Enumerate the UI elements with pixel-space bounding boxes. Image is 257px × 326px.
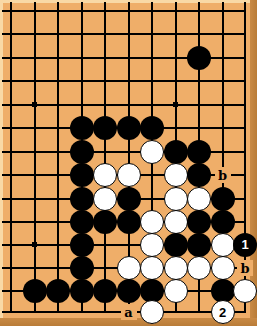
stone-white — [164, 187, 188, 211]
stone-black — [93, 279, 117, 303]
stone-black — [164, 140, 188, 164]
stone-black — [140, 116, 164, 140]
stone-white — [93, 187, 117, 211]
stone-white — [117, 256, 141, 280]
stone-black — [164, 233, 188, 257]
stone-black — [187, 163, 211, 187]
point-label-a: a — [121, 304, 137, 320]
stone-black — [46, 279, 70, 303]
grid-line-horizontal — [2, 104, 246, 106]
stone-black — [187, 140, 211, 164]
stone-white-move-2: 2 — [211, 300, 235, 324]
stone-white — [233, 279, 257, 303]
grid-line-horizontal — [2, 10, 246, 12]
stone-white — [140, 256, 164, 280]
stone-black — [70, 140, 94, 164]
stone-black — [93, 116, 117, 140]
stone-white — [164, 163, 188, 187]
stone-white — [140, 233, 164, 257]
stone-white — [187, 256, 211, 280]
go-board: 12abb — [0, 0, 257, 326]
stone-white — [93, 163, 117, 187]
stone-black — [23, 279, 47, 303]
stone-black — [70, 163, 94, 187]
stone-black — [187, 46, 211, 70]
stone-white — [211, 233, 235, 257]
stone-black — [70, 187, 94, 211]
stone-black — [117, 210, 141, 234]
stone-black — [187, 210, 211, 234]
stone-black — [211, 210, 235, 234]
star-point — [32, 102, 37, 107]
point-label-b: b — [237, 260, 253, 276]
stone-black — [70, 116, 94, 140]
stone-white — [211, 256, 235, 280]
stone-white — [164, 210, 188, 234]
star-point — [173, 102, 178, 107]
board-border-left — [0, 0, 3, 318]
board-border-top — [0, 0, 250, 3]
stone-black — [70, 210, 94, 234]
stone-white — [164, 256, 188, 280]
stone-black — [187, 233, 211, 257]
stone-black — [117, 279, 141, 303]
stone-black — [70, 233, 94, 257]
stone-white — [140, 300, 164, 324]
stone-black — [117, 116, 141, 140]
stone-white — [164, 279, 188, 303]
stone-number: 1 — [241, 238, 248, 251]
stone-black — [211, 187, 235, 211]
stone-black — [117, 187, 141, 211]
stone-white — [117, 163, 141, 187]
stone-black — [70, 279, 94, 303]
stone-white — [187, 187, 211, 211]
star-point — [32, 242, 37, 247]
stone-number: 2 — [219, 306, 226, 319]
board-border-right — [250, 0, 257, 326]
grid-line-horizontal — [2, 80, 246, 82]
stone-black — [93, 210, 117, 234]
stone-black-move-1: 1 — [233, 233, 257, 257]
stone-white — [140, 210, 164, 234]
grid-line-horizontal — [2, 33, 246, 35]
stone-white — [140, 140, 164, 164]
point-label-b: b — [215, 167, 231, 183]
stone-black — [70, 256, 94, 280]
